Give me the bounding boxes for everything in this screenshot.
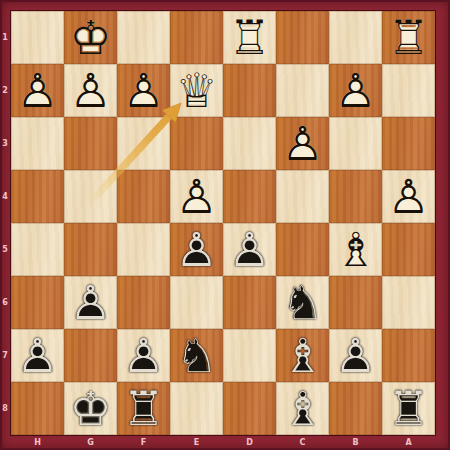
file-label-b: B <box>329 436 382 450</box>
square-g1[interactable]: ♚♔ <box>64 11 117 64</box>
black-rook-f8[interactable]: ♜♖ <box>117 382 170 435</box>
square-c4[interactable] <box>276 170 329 223</box>
piece-outline: ♗ <box>276 382 329 435</box>
white-pawn-b2[interactable]: ♟♙ <box>329 64 382 117</box>
white-bishop-b5[interactable]: ♝♗ <box>329 223 382 276</box>
black-pawn-g6[interactable]: ♟♙ <box>64 276 117 329</box>
square-f8[interactable]: ♜♖ <box>117 382 170 435</box>
square-g7[interactable] <box>64 329 117 382</box>
black-bishop-c7[interactable]: ♝♗ <box>276 329 329 382</box>
square-a2[interactable] <box>382 64 435 117</box>
square-c6[interactable]: ♞♘ <box>276 276 329 329</box>
black-knight-e7[interactable]: ♞♘ <box>170 329 223 382</box>
black-pawn-d5[interactable]: ♟♙ <box>223 223 276 276</box>
white-rook-a1[interactable]: ♜♖ <box>382 11 435 64</box>
square-d3[interactable] <box>223 117 276 170</box>
piece-outline: ♗ <box>329 223 382 276</box>
rank-label-5: 5 <box>0 223 10 276</box>
black-rook-a8[interactable]: ♜♖ <box>382 382 435 435</box>
square-e2[interactable]: ♛♕ <box>170 64 223 117</box>
file-label-c: C <box>276 436 329 450</box>
white-queen-e2[interactable]: ♛♕ <box>170 64 223 117</box>
file-label-g: G <box>64 436 117 450</box>
square-b2[interactable]: ♟♙ <box>329 64 382 117</box>
square-f7[interactable]: ♟♙ <box>117 329 170 382</box>
chessboard: ♚♔♜♖♜♖♟♙♟♙♟♙♛♕♟♙♟♙♟♙♟♙♟♙♟♙♝♗♟♙♞♘♟♙♟♙♞♘♝♗… <box>10 10 436 436</box>
square-c8[interactable]: ♝♗ <box>276 382 329 435</box>
square-b8[interactable] <box>329 382 382 435</box>
square-c7[interactable]: ♝♗ <box>276 329 329 382</box>
square-e7[interactable]: ♞♘ <box>170 329 223 382</box>
square-a3[interactable] <box>382 117 435 170</box>
square-e5[interactable]: ♟♙ <box>170 223 223 276</box>
square-h6[interactable] <box>11 276 64 329</box>
square-g4[interactable] <box>64 170 117 223</box>
square-d6[interactable] <box>223 276 276 329</box>
square-f5[interactable] <box>117 223 170 276</box>
square-f3[interactable] <box>117 117 170 170</box>
square-h5[interactable] <box>11 223 64 276</box>
piece-outline: ♙ <box>64 276 117 329</box>
square-f4[interactable] <box>117 170 170 223</box>
square-h2[interactable]: ♟♙ <box>11 64 64 117</box>
rank-label-8: 8 <box>0 382 10 435</box>
piece-outline: ♙ <box>117 329 170 382</box>
piece-outline: ♙ <box>117 64 170 117</box>
piece-outline: ♖ <box>382 382 435 435</box>
square-e8[interactable] <box>170 382 223 435</box>
chessboard-frame: ♚♔♜♖♜♖♟♙♟♙♟♙♛♕♟♙♟♙♟♙♟♙♟♙♟♙♝♗♟♙♞♘♟♙♟♙♞♘♝♗… <box>0 0 450 450</box>
square-d8[interactable] <box>223 382 276 435</box>
square-g3[interactable] <box>64 117 117 170</box>
piece-outline: ♙ <box>223 223 276 276</box>
square-a1[interactable]: ♜♖ <box>382 11 435 64</box>
square-b3[interactable] <box>329 117 382 170</box>
piece-outline: ♕ <box>170 64 223 117</box>
piece-outline: ♔ <box>64 382 117 435</box>
rank-labels: 12345678 <box>0 11 10 435</box>
square-e3[interactable] <box>170 117 223 170</box>
square-b1[interactable] <box>329 11 382 64</box>
file-label-f: F <box>117 436 170 450</box>
square-b4[interactable] <box>329 170 382 223</box>
square-e6[interactable] <box>170 276 223 329</box>
white-rook-d1[interactable]: ♜♖ <box>223 11 276 64</box>
square-f2[interactable]: ♟♙ <box>117 64 170 117</box>
square-h1[interactable] <box>11 11 64 64</box>
square-a7[interactable] <box>382 329 435 382</box>
piece-outline: ♗ <box>276 329 329 382</box>
square-c1[interactable] <box>276 11 329 64</box>
white-pawn-h2[interactable]: ♟♙ <box>11 64 64 117</box>
white-pawn-f2[interactable]: ♟♙ <box>117 64 170 117</box>
file-label-h: H <box>11 436 64 450</box>
white-pawn-c3[interactable]: ♟♙ <box>276 117 329 170</box>
square-e4[interactable]: ♟♙ <box>170 170 223 223</box>
rank-label-1: 1 <box>0 11 10 64</box>
rank-label-7: 7 <box>0 329 10 382</box>
piece-outline: ♙ <box>329 64 382 117</box>
black-knight-c6[interactable]: ♞♘ <box>276 276 329 329</box>
piece-outline: ♙ <box>170 170 223 223</box>
square-d1[interactable]: ♜♖ <box>223 11 276 64</box>
black-pawn-b7[interactable]: ♟♙ <box>329 329 382 382</box>
square-h8[interactable] <box>11 382 64 435</box>
white-pawn-a4[interactable]: ♟♙ <box>382 170 435 223</box>
piece-outline: ♖ <box>382 11 435 64</box>
square-b7[interactable]: ♟♙ <box>329 329 382 382</box>
square-b5[interactable]: ♝♗ <box>329 223 382 276</box>
square-g6[interactable]: ♟♙ <box>64 276 117 329</box>
square-c2[interactable] <box>276 64 329 117</box>
rank-label-4: 4 <box>0 170 10 223</box>
square-h4[interactable] <box>11 170 64 223</box>
piece-outline: ♙ <box>329 329 382 382</box>
piece-outline: ♘ <box>276 276 329 329</box>
square-a4[interactable]: ♟♙ <box>382 170 435 223</box>
square-h7[interactable]: ♟♙ <box>11 329 64 382</box>
black-pawn-h7[interactable]: ♟♙ <box>11 329 64 382</box>
piece-outline: ♙ <box>276 117 329 170</box>
square-c3[interactable]: ♟♙ <box>276 117 329 170</box>
file-labels: HGFEDCBA <box>11 436 435 450</box>
file-label-e: E <box>170 436 223 450</box>
square-a5[interactable] <box>382 223 435 276</box>
white-pawn-e4[interactable]: ♟♙ <box>170 170 223 223</box>
black-pawn-f7[interactable]: ♟♙ <box>117 329 170 382</box>
piece-outline: ♙ <box>64 64 117 117</box>
square-b6[interactable] <box>329 276 382 329</box>
square-a8[interactable]: ♜♖ <box>382 382 435 435</box>
square-h3[interactable] <box>11 117 64 170</box>
white-king-g1[interactable]: ♚♔ <box>64 11 117 64</box>
square-e1[interactable] <box>170 11 223 64</box>
piece-outline: ♙ <box>170 223 223 276</box>
piece-outline: ♙ <box>382 170 435 223</box>
square-a6[interactable] <box>382 276 435 329</box>
square-d4[interactable] <box>223 170 276 223</box>
rank-label-2: 2 <box>0 64 10 117</box>
rank-label-6: 6 <box>0 276 10 329</box>
square-c5[interactable] <box>276 223 329 276</box>
black-bishop-c8[interactable]: ♝♗ <box>276 382 329 435</box>
black-king-g8[interactable]: ♚♔ <box>64 382 117 435</box>
square-d5[interactable]: ♟♙ <box>223 223 276 276</box>
piece-outline: ♖ <box>223 11 276 64</box>
piece-outline: ♘ <box>170 329 223 382</box>
file-label-a: A <box>382 436 435 450</box>
piece-outline: ♙ <box>11 329 64 382</box>
piece-outline: ♙ <box>11 64 64 117</box>
square-d7[interactable] <box>223 329 276 382</box>
piece-outline: ♔ <box>64 11 117 64</box>
square-f1[interactable] <box>117 11 170 64</box>
piece-outline: ♖ <box>117 382 170 435</box>
rank-label-3: 3 <box>0 117 10 170</box>
square-g5[interactable] <box>64 223 117 276</box>
square-f6[interactable] <box>117 276 170 329</box>
square-g8[interactable]: ♚♔ <box>64 382 117 435</box>
white-pawn-g2[interactable]: ♟♙ <box>64 64 117 117</box>
black-pawn-e5[interactable]: ♟♙ <box>170 223 223 276</box>
square-d2[interactable] <box>223 64 276 117</box>
square-g2[interactable]: ♟♙ <box>64 64 117 117</box>
file-label-d: D <box>223 436 276 450</box>
